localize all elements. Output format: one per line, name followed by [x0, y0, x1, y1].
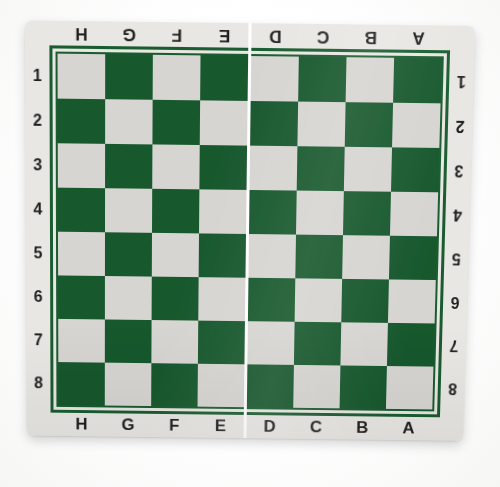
square-c1: [298, 57, 346, 103]
square-g4: [105, 188, 152, 233]
board-frame-gap-left: [52, 48, 248, 412]
rank-label-right-8: 8: [440, 367, 465, 410]
square-g5: [105, 232, 152, 276]
square-f1: [153, 55, 201, 101]
square-e4: [199, 189, 247, 234]
file-label-top-d: D: [251, 23, 299, 48]
square-a5: [389, 236, 437, 280]
square-d7: [247, 321, 294, 365]
square-e5: [199, 233, 246, 277]
file-label-bottom-d: D: [246, 415, 293, 439]
square-d6: [248, 278, 295, 322]
board-frame-gap-right: [247, 51, 447, 414]
square-h7: [58, 319, 105, 363]
file-label-top-g: G: [105, 21, 153, 46]
file-label-top-c: C: [299, 24, 347, 49]
square-e8: [198, 364, 245, 407]
square-c5: [295, 235, 343, 279]
square-h2: [58, 99, 105, 144]
board-half-left: HGFE 12345678 HGFE: [25, 20, 249, 438]
file-labels-bottom-left: HGFE: [27, 412, 244, 438]
square-h4: [58, 188, 105, 233]
file-label-bottom-h: H: [58, 413, 104, 437]
rank-label-right-1: 1: [449, 58, 475, 103]
rank-label-right-2: 2: [447, 103, 472, 148]
board-frame-right: [247, 48, 450, 417]
rank-label-left-5: 5: [26, 231, 50, 275]
square-g2: [105, 99, 153, 144]
square-d5: [248, 234, 296, 278]
square-g7: [105, 319, 152, 363]
square-d4: [249, 190, 297, 235]
square-h5: [58, 232, 105, 276]
square-c2: [297, 102, 345, 147]
file-label-bottom-c: C: [293, 416, 340, 440]
square-g8: [105, 363, 152, 406]
square-a4: [390, 192, 438, 237]
file-label-bottom-e: E: [197, 414, 244, 438]
square-b7: [340, 322, 388, 366]
file-labels-top-left: HGFE: [25, 20, 249, 47]
square-c7: [294, 322, 341, 366]
file-label-bottom-g: G: [105, 413, 151, 437]
rank-label-left-2: 2: [25, 98, 49, 143]
board-half-right: DCBA 12345678 DCBA: [246, 23, 475, 441]
square-e1: [200, 55, 248, 101]
rank-label-left-3: 3: [26, 143, 50, 188]
square-b8: [340, 365, 387, 408]
square-f3: [152, 144, 200, 189]
square-b6: [341, 279, 389, 323]
square-b4: [343, 191, 391, 236]
square-g6: [105, 276, 152, 320]
square-f4: [152, 189, 199, 234]
rank-label-right-7: 7: [441, 324, 466, 367]
square-a3: [391, 147, 439, 192]
square-f2: [152, 100, 200, 145]
rank-label-right-3: 3: [446, 148, 471, 193]
board-grid-left: [58, 54, 249, 408]
chess-board: HGFE 12345678 HGFE DCBA 1: [25, 20, 475, 440]
square-c4: [296, 191, 344, 236]
square-b5: [342, 235, 390, 279]
square-g1: [105, 54, 153, 100]
file-labels-top-right: DCBA: [251, 23, 475, 50]
rank-label-right-6: 6: [443, 280, 468, 324]
rank-labels-left: 12345678: [25, 53, 50, 405]
rank-label-left-7: 7: [26, 319, 50, 362]
square-b3: [344, 147, 392, 192]
file-label-bottom-b: B: [339, 416, 386, 440]
square-h8: [58, 362, 105, 405]
square-g3: [105, 144, 152, 189]
square-d3: [250, 146, 298, 191]
square-b1: [346, 57, 395, 103]
square-c8: [293, 365, 340, 408]
square-e3: [199, 145, 247, 190]
square-b2: [345, 102, 393, 147]
square-d8: [247, 364, 294, 407]
square-c3: [297, 146, 345, 191]
file-label-top-a: A: [394, 25, 442, 50]
file-label-top-e: E: [201, 23, 249, 48]
rank-label-left-1: 1: [25, 53, 49, 98]
square-f6: [152, 277, 199, 321]
photo-background: HGFE 12345678 HGFE DCBA 1: [0, 0, 500, 487]
square-a7: [387, 323, 435, 367]
file-label-top-h: H: [57, 21, 105, 46]
square-h3: [58, 143, 105, 188]
square-a2: [392, 103, 441, 148]
file-label-top-f: F: [153, 22, 201, 47]
square-e6: [198, 277, 245, 321]
board-frame-inner-left: [56, 52, 249, 410]
board-frame-left: [49, 45, 248, 415]
square-c6: [295, 278, 343, 322]
rank-label-right-5: 5: [444, 236, 469, 280]
square-a8: [386, 366, 434, 409]
file-label-bottom-a: A: [385, 417, 432, 441]
square-e7: [198, 321, 245, 365]
board-frame-inner-right: [247, 54, 444, 411]
square-f8: [151, 363, 198, 406]
square-d1: [251, 56, 299, 102]
square-h1: [58, 54, 106, 100]
rank-label-right-4: 4: [445, 192, 470, 236]
square-a6: [388, 279, 436, 323]
rank-label-left-8: 8: [27, 362, 51, 405]
square-f7: [151, 320, 198, 364]
board-grid-right: [247, 56, 442, 409]
square-h6: [58, 275, 105, 319]
rank-label-left-4: 4: [26, 187, 50, 231]
square-e2: [200, 100, 248, 145]
file-labels-bottom-right: DCBA: [246, 415, 463, 441]
rank-label-left-6: 6: [26, 275, 50, 319]
file-label-bottom-f: F: [151, 414, 197, 438]
square-a1: [393, 58, 442, 104]
square-d2: [250, 101, 298, 146]
square-f5: [152, 233, 199, 277]
file-label-top-b: B: [347, 24, 395, 49]
